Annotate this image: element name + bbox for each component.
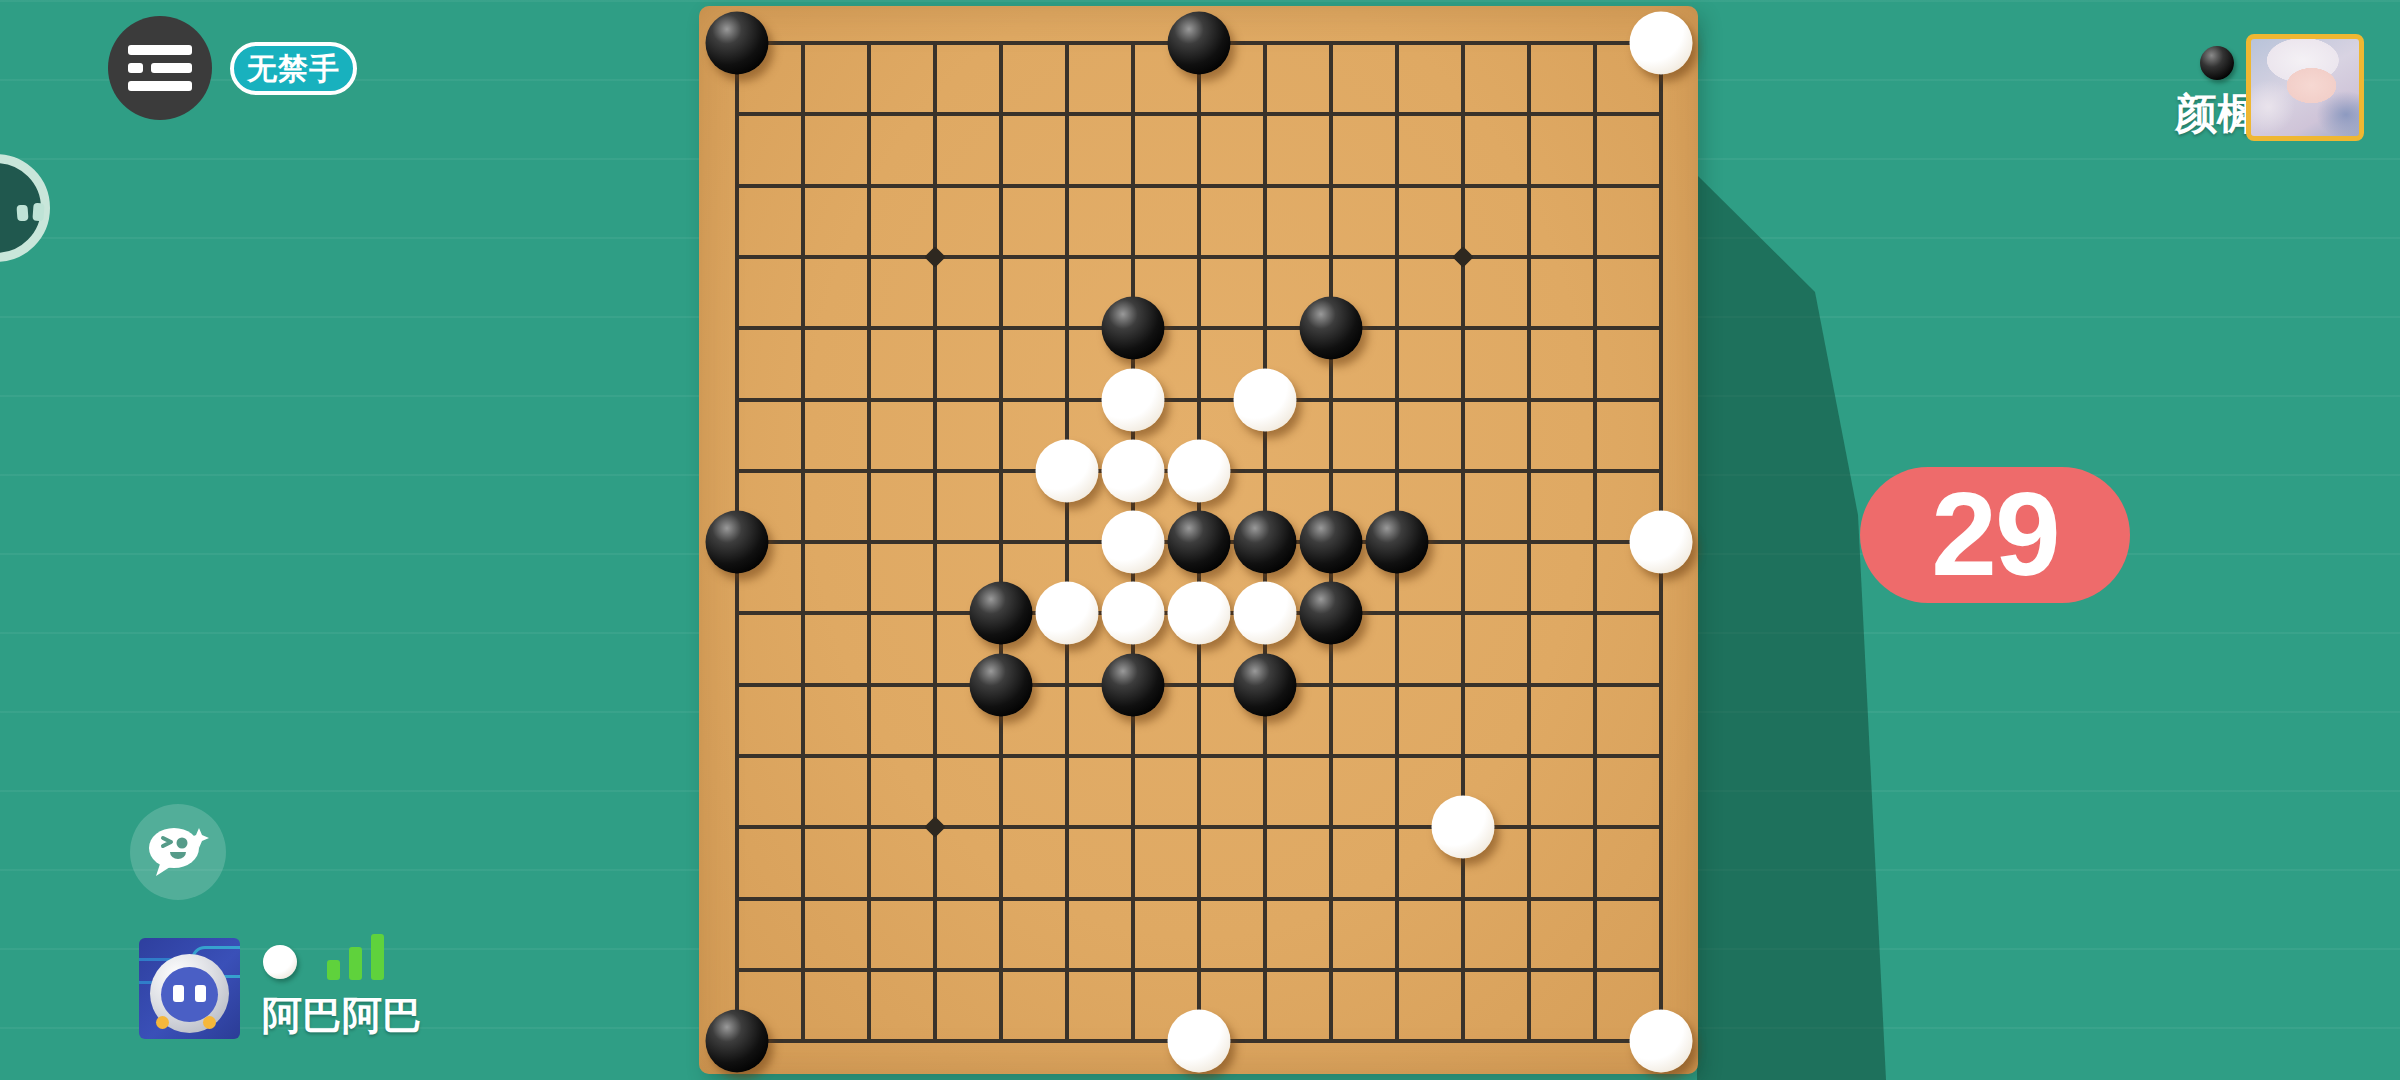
white-stone	[1102, 582, 1165, 645]
grid-line	[735, 825, 1663, 829]
white-stone	[1630, 1010, 1693, 1073]
white-stone	[1234, 582, 1297, 645]
white-stone	[1168, 582, 1231, 645]
signal-bars-icon	[371, 934, 384, 980]
grid-line	[1461, 41, 1465, 1043]
chat-bubble-wink-icon	[146, 822, 210, 882]
grid-line	[1527, 41, 1531, 1043]
robot-face	[161, 967, 218, 1022]
white-stone	[1102, 368, 1165, 431]
star-point	[924, 817, 945, 838]
opponent-black-stone-indicator	[2200, 46, 2234, 80]
player-avatar[interactable]	[139, 938, 240, 1039]
robot-eye-icon	[173, 985, 184, 1002]
black-stone	[1102, 653, 1165, 716]
white-stone	[1036, 582, 1099, 645]
black-stone	[1366, 511, 1429, 574]
black-stone	[1300, 582, 1363, 645]
black-stone	[706, 12, 769, 75]
robot-cheek-dot	[156, 1016, 169, 1029]
white-stone	[1630, 12, 1693, 75]
menu-button[interactable]	[108, 16, 212, 120]
white-stone	[1432, 796, 1495, 859]
white-stone	[1168, 439, 1231, 502]
black-stone	[706, 511, 769, 574]
rule-badge: 无禁手	[230, 42, 357, 95]
white-stone	[1234, 368, 1297, 431]
grid-line	[735, 754, 1663, 758]
black-stone	[1234, 511, 1297, 574]
move-timer: 29	[1860, 467, 2130, 603]
robot-cheek-dot	[203, 1016, 216, 1029]
grid-line	[735, 897, 1663, 901]
white-stone	[1630, 511, 1693, 574]
emote-chat-button[interactable]	[130, 804, 226, 900]
game-screen: 无禁手 29 颜樨 阿巴阿巴	[0, 0, 2400, 1080]
black-stone	[1300, 511, 1363, 574]
robot-eye-icon	[195, 985, 206, 1002]
black-stone	[970, 653, 1033, 716]
robot-pause-button[interactable]	[0, 154, 50, 262]
black-stone	[1102, 297, 1165, 360]
black-stone	[1168, 511, 1231, 574]
white-stone	[1102, 511, 1165, 574]
hamburger-menu-icon	[128, 45, 192, 91]
grid-line	[1593, 41, 1597, 1043]
grid-line	[735, 683, 1663, 687]
white-stone	[1036, 439, 1099, 502]
opponent-avatar[interactable]	[2246, 34, 2364, 141]
star-point	[924, 246, 945, 267]
white-stone	[1168, 1010, 1231, 1073]
signal-bars-icon	[327, 960, 340, 980]
white-stone	[1102, 439, 1165, 502]
black-stone	[1234, 653, 1297, 716]
black-stone	[970, 582, 1033, 645]
grid-line	[735, 968, 1663, 972]
signal-bars-icon	[349, 947, 362, 980]
star-point	[1452, 246, 1473, 267]
robot-eye-icon	[32, 203, 44, 222]
robot-eye-icon	[16, 205, 28, 222]
black-stone	[706, 1010, 769, 1073]
player-white-stone-indicator	[263, 945, 297, 979]
player-name: 阿巴阿巴	[262, 988, 422, 1043]
black-stone	[1168, 12, 1231, 75]
board[interactable]	[699, 6, 1698, 1074]
black-stone	[1300, 297, 1363, 360]
